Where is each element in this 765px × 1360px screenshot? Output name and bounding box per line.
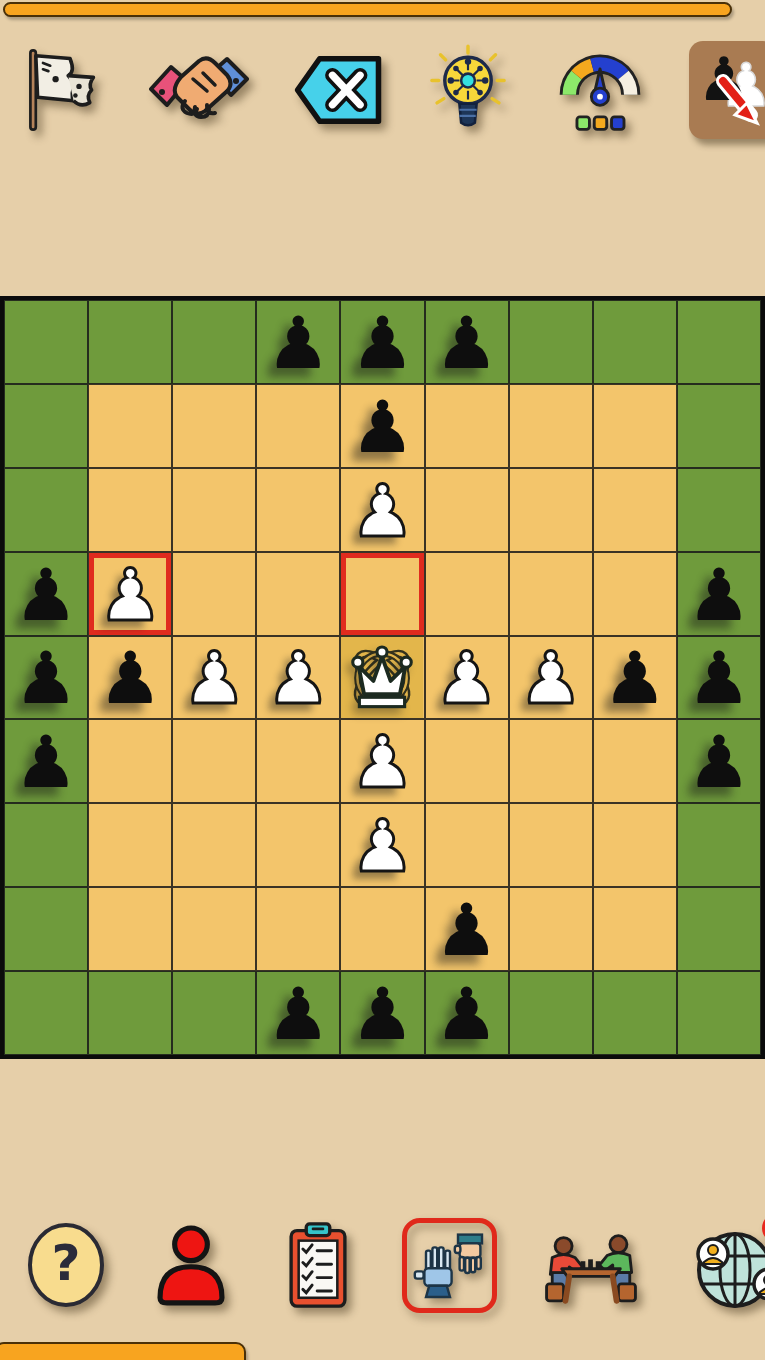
cell-4-4[interactable] (340, 636, 424, 720)
black-pawn: ♟ (687, 724, 752, 798)
difficulty-gauge-button[interactable] (552, 42, 648, 138)
cell-7-5[interactable]: ♟ (425, 887, 509, 971)
bottom-progress-bar (0, 1342, 246, 1360)
white-pawn: ♟ (350, 808, 415, 882)
bottom-toolbar: ? (0, 1210, 765, 1320)
cell-0-6[interactable] (509, 300, 593, 384)
cell-7-4[interactable] (340, 887, 424, 971)
black-pawn: ♟ (687, 640, 752, 714)
cell-2-6[interactable] (509, 468, 593, 552)
cell-5-7[interactable] (593, 719, 677, 803)
cell-2-3[interactable] (256, 468, 340, 552)
cell-6-1[interactable] (88, 803, 172, 887)
handshake-icon (147, 42, 251, 138)
cell-7-3[interactable] (256, 887, 340, 971)
cell-1-4[interactable]: ♟ (340, 384, 424, 468)
undo-button[interactable] (292, 46, 384, 134)
black-pawn: ♟ (687, 557, 752, 631)
black-pawn: ♟ (350, 389, 415, 463)
top-toolbar: ♟ ♟ (0, 40, 765, 140)
cell-8-4[interactable]: ♟ (340, 971, 424, 1055)
cell-6-4[interactable]: ♟ (340, 803, 424, 887)
cell-8-8[interactable] (677, 971, 761, 1055)
black-pawn: ♟ (434, 305, 499, 379)
cell-6-8[interactable] (677, 803, 761, 887)
cell-3-3[interactable] (256, 552, 340, 636)
cell-5-0[interactable]: ♟ (4, 719, 88, 803)
move-list-button[interactable] (276, 1217, 360, 1313)
white-pawn: ♟ (182, 640, 247, 714)
cell-6-7[interactable] (593, 803, 677, 887)
cell-8-1[interactable] (88, 971, 172, 1055)
cell-4-8[interactable]: ♟ (677, 636, 761, 720)
cell-3-6[interactable] (509, 552, 593, 636)
cell-3-1[interactable]: ♟ (88, 552, 172, 636)
cell-4-0[interactable]: ♟ (4, 636, 88, 720)
cell-8-7[interactable] (593, 971, 677, 1055)
question-glyph: ? (26, 1221, 106, 1309)
black-pawn: ♟ (603, 640, 668, 714)
cell-3-7[interactable] (593, 552, 677, 636)
online-play-button[interactable] (685, 1210, 765, 1320)
cell-0-4[interactable]: ♟ (340, 300, 424, 384)
cell-4-5[interactable]: ♟ (425, 636, 509, 720)
cell-0-3[interactable]: ♟ (256, 300, 340, 384)
red-arrow-icon (689, 41, 765, 139)
cell-4-7[interactable]: ♟ (593, 636, 677, 720)
cell-1-6[interactable] (509, 384, 593, 468)
black-pawn: ♟ (14, 557, 79, 631)
black-pawn: ♟ (98, 640, 163, 714)
cell-8-2[interactable] (172, 971, 256, 1055)
white-pawn: ♟ (350, 724, 415, 798)
white-pawn: ♟ (518, 640, 583, 714)
cell-6-5[interactable] (425, 803, 509, 887)
cell-6-3[interactable] (256, 803, 340, 887)
cell-0-1[interactable] (88, 300, 172, 384)
lightbulb-circuit-icon (425, 41, 511, 139)
draw-handshake-button[interactable] (147, 42, 251, 138)
cell-5-4[interactable]: ♟ (340, 719, 424, 803)
cell-4-3[interactable]: ♟ (256, 636, 340, 720)
cell-2-2[interactable] (172, 468, 256, 552)
black-pawn: ♟ (14, 640, 79, 714)
cell-0-7[interactable] (593, 300, 677, 384)
cell-0-8[interactable] (677, 300, 761, 384)
cell-7-8[interactable] (677, 887, 761, 971)
robot-hand-human-hand-icon (410, 1225, 490, 1305)
top-status-bar (3, 2, 732, 17)
cell-3-8[interactable]: ♟ (677, 552, 761, 636)
white-pawn: ♟ (266, 640, 331, 714)
cell-1-2[interactable] (172, 384, 256, 468)
cell-7-1[interactable] (88, 887, 172, 971)
cell-8-3[interactable]: ♟ (256, 971, 340, 1055)
black-pawn: ♟ (434, 892, 499, 966)
cell-7-7[interactable] (593, 887, 677, 971)
cell-7-0[interactable] (4, 887, 88, 971)
cell-6-6[interactable] (509, 803, 593, 887)
help-button[interactable]: ? (26, 1221, 106, 1309)
cell-4-2[interactable]: ♟ (172, 636, 256, 720)
white-pawn: ♟ (434, 640, 499, 714)
clipboard-checklist-icon (276, 1217, 360, 1313)
cell-5-3[interactable] (256, 719, 340, 803)
two-players-table-icon (539, 1217, 643, 1313)
white-king-crown (343, 638, 421, 716)
cell-0-2[interactable] (172, 300, 256, 384)
cell-2-8[interactable] (677, 468, 761, 552)
black-pawn: ♟ (266, 976, 331, 1050)
black-pawn: ♟ (350, 305, 415, 379)
cell-6-0[interactable] (4, 803, 88, 887)
cell-3-4[interactable] (340, 552, 424, 636)
cell-5-2[interactable] (172, 719, 256, 803)
cell-4-1[interactable]: ♟ (88, 636, 172, 720)
white-pawn: ♟ (350, 473, 415, 547)
cell-8-0[interactable] (4, 971, 88, 1055)
cell-1-1[interactable] (88, 384, 172, 468)
black-pawn: ♟ (14, 724, 79, 798)
cell-1-3[interactable] (256, 384, 340, 468)
cell-3-5[interactable] (425, 552, 509, 636)
cell-1-0[interactable] (4, 384, 88, 468)
local-two-player-button[interactable] (539, 1217, 643, 1313)
cell-2-7[interactable] (593, 468, 677, 552)
switch-side-button[interactable]: ♟ ♟ (689, 41, 765, 139)
cell-7-6[interactable] (509, 887, 593, 971)
black-pawn: ♟ (266, 305, 331, 379)
cell-4-6[interactable]: ♟ (509, 636, 593, 720)
cell-1-5[interactable] (425, 384, 509, 468)
cell-2-5[interactable] (425, 468, 509, 552)
black-pawn: ♟ (434, 976, 499, 1050)
cell-5-6[interactable] (509, 719, 593, 803)
resign-flag-button[interactable] (16, 42, 106, 138)
globe-players-icon (685, 1210, 765, 1320)
cell-2-1[interactable] (88, 468, 172, 552)
cell-6-2[interactable] (172, 803, 256, 887)
gauge-meter-icon (552, 42, 648, 138)
white-pawn: ♟ (98, 557, 163, 631)
cell-5-8[interactable]: ♟ (677, 719, 761, 803)
cell-1-7[interactable] (593, 384, 677, 468)
hint-button[interactable] (425, 41, 511, 139)
cell-7-2[interactable] (172, 887, 256, 971)
backspace-x-icon (292, 46, 384, 134)
cell-0-0[interactable] (4, 300, 88, 384)
app-screen: ♟ ♟ ♟♟♟♟♟♟♟♟♟♟♟♟ ♟♟♟♟♟♟♟♟♟♟♟♟ (0, 0, 765, 1360)
black-pawn: ♟ (350, 976, 415, 1050)
cell-5-5[interactable] (425, 719, 509, 803)
white-flag-icon (16, 42, 106, 138)
cell-2-0[interactable] (4, 468, 88, 552)
cell-2-4[interactable]: ♟ (340, 468, 424, 552)
cell-1-8[interactable] (677, 384, 761, 468)
cell-8-6[interactable] (509, 971, 593, 1055)
profile-button[interactable] (148, 1219, 234, 1311)
cell-8-5[interactable]: ♟ (425, 971, 509, 1055)
cell-0-5[interactable]: ♟ (425, 300, 509, 384)
vs-computer-button[interactable] (402, 1218, 497, 1313)
cell-5-1[interactable] (88, 719, 172, 803)
red-person-icon (148, 1219, 234, 1311)
cell-3-0[interactable]: ♟ (4, 552, 88, 636)
cell-3-2[interactable] (172, 552, 256, 636)
board: ♟♟♟♟♟♟♟♟♟♟♟♟ ♟♟♟♟♟♟♟♟♟♟♟♟ (0, 296, 765, 1059)
